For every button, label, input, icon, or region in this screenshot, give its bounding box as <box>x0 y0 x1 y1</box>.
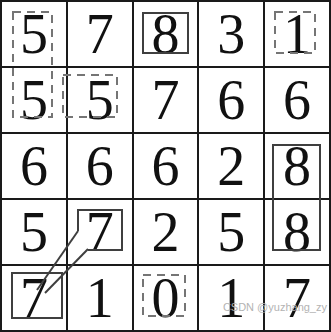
puzzle-grid: 5 7 8 3 1 5 5 7 6 6 6 6 6 2 8 5 7 2 5 8 … <box>0 0 331 332</box>
cell-r1c1: 5 <box>2 2 66 66</box>
cell-r3c1: 6 <box>2 134 66 198</box>
cell-r3c5: 8 <box>265 134 329 198</box>
cell-r5c2: 1 <box>68 266 132 330</box>
cell-r2c3: 7 <box>134 68 198 132</box>
cell-r3c3: 6 <box>134 134 198 198</box>
cell-r4c4: 5 <box>199 200 263 264</box>
watermark: CSDN @yuzhang_zy <box>223 301 327 313</box>
cell-r4c1: 5 <box>2 200 66 264</box>
puzzle-figure: 5 7 8 3 1 5 5 7 6 6 6 6 6 2 8 5 7 2 5 8 … <box>0 0 331 332</box>
cell-r4c2: 7 <box>68 200 132 264</box>
cell-r2c1: 5 <box>2 68 66 132</box>
cell-r2c4: 6 <box>199 68 263 132</box>
cell-r4c5: 8 <box>265 200 329 264</box>
cell-r2c5: 6 <box>265 68 329 132</box>
cell-r1c3: 8 <box>134 2 198 66</box>
cell-r5c3: 0 <box>134 266 198 330</box>
cell-r5c4: 1 <box>199 266 263 330</box>
cell-r1c5: 1 <box>265 2 329 66</box>
cell-r3c4: 2 <box>199 134 263 198</box>
cell-r3c2: 6 <box>68 134 132 198</box>
cell-r1c2: 7 <box>68 2 132 66</box>
cell-r4c3: 2 <box>134 200 198 264</box>
cell-r5c1: 7 <box>2 266 66 330</box>
cell-r1c4: 3 <box>199 2 263 66</box>
cell-r2c2: 5 <box>68 68 132 132</box>
cell-r5c5: 7 <box>265 266 329 330</box>
